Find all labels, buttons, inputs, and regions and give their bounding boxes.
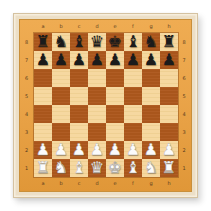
square-d8[interactable]: ♛	[88, 33, 106, 51]
rank-label-6-left: 6	[20, 69, 33, 87]
square-a5[interactable]	[34, 87, 52, 105]
file-label-d-bottom: d	[88, 176, 106, 191]
file-label-a-bottom: a	[34, 176, 52, 191]
square-c7[interactable]: ♟	[70, 51, 88, 69]
square-f5[interactable]	[124, 87, 142, 105]
square-d2[interactable]: ♟	[88, 141, 106, 159]
product-photo-background: abcdefgh abcdefgh 87654321 87654321 ♜♞♝♛…	[0, 0, 211, 211]
piece-white-pawn-e2: ♟	[108, 141, 122, 159]
square-h1[interactable]: ♜	[160, 159, 178, 177]
file-labels-bottom: abcdefgh	[34, 176, 178, 191]
piece-black-rook-h8: ♜	[162, 33, 176, 51]
rank-label-1-right: 1	[177, 159, 191, 177]
square-f6[interactable]	[124, 69, 142, 87]
piece-white-bishop-c1: ♝	[72, 159, 86, 177]
piece-black-queen-d8: ♛	[90, 33, 104, 51]
rank-labels-left: 87654321	[20, 33, 33, 177]
piece-black-rook-a8: ♜	[36, 33, 50, 51]
piece-black-pawn-g7: ♟	[144, 51, 158, 69]
piece-white-queen-d1: ♛	[90, 159, 104, 177]
square-g6[interactable]	[142, 69, 160, 87]
square-a6[interactable]	[34, 69, 52, 87]
square-c2[interactable]: ♟	[70, 141, 88, 159]
square-d6[interactable]	[88, 69, 106, 87]
square-a2[interactable]: ♟	[34, 141, 52, 159]
piece-black-pawn-d7: ♟	[90, 51, 104, 69]
square-b8[interactable]: ♞	[52, 33, 70, 51]
piece-black-pawn-a7: ♟	[36, 51, 50, 69]
square-g5[interactable]	[142, 87, 160, 105]
piece-white-pawn-a2: ♟	[36, 141, 50, 159]
square-c5[interactable]	[70, 87, 88, 105]
square-a8[interactable]: ♜	[34, 33, 52, 51]
file-labels-top: abcdefgh	[34, 20, 178, 33]
file-label-e-bottom: e	[106, 176, 124, 191]
piece-black-bishop-f8: ♝	[126, 33, 140, 51]
file-label-d-top: d	[88, 20, 106, 33]
rank-label-5-right: 5	[177, 87, 191, 105]
rank-label-7-right: 7	[177, 51, 191, 69]
square-g8[interactable]: ♞	[142, 33, 160, 51]
board-margin-panel: abcdefgh abcdefgh 87654321 87654321 ♜♞♝♛…	[19, 19, 192, 192]
rank-label-5-left: 5	[20, 87, 33, 105]
square-g3[interactable]	[142, 123, 160, 141]
piece-white-pawn-h2: ♟	[162, 141, 176, 159]
square-g2[interactable]: ♟	[142, 141, 160, 159]
piece-black-pawn-c7: ♟	[72, 51, 86, 69]
square-e4[interactable]	[106, 105, 124, 123]
file-label-b-top: b	[52, 20, 70, 33]
square-e5[interactable]	[106, 87, 124, 105]
square-b7[interactable]: ♟	[52, 51, 70, 69]
rank-label-3-left: 3	[20, 123, 33, 141]
square-c3[interactable]	[70, 123, 88, 141]
rank-label-4-left: 4	[20, 105, 33, 123]
square-h6[interactable]	[160, 69, 178, 87]
square-e1[interactable]: ♚	[106, 159, 124, 177]
piece-white-pawn-b2: ♟	[54, 141, 68, 159]
square-f1[interactable]: ♝	[124, 159, 142, 177]
rank-label-8-left: 8	[20, 33, 33, 51]
square-d1[interactable]: ♛	[88, 159, 106, 177]
square-b6[interactable]	[52, 69, 70, 87]
rank-labels-right: 87654321	[177, 33, 191, 177]
square-h2[interactable]: ♟	[160, 141, 178, 159]
square-h5[interactable]	[160, 87, 178, 105]
square-h4[interactable]	[160, 105, 178, 123]
square-b4[interactable]	[52, 105, 70, 123]
square-h8[interactable]: ♜	[160, 33, 178, 51]
square-d5[interactable]	[88, 87, 106, 105]
piece-white-pawn-c2: ♟	[72, 141, 86, 159]
piece-black-knight-b8: ♞	[54, 33, 68, 51]
piece-black-pawn-f7: ♟	[126, 51, 140, 69]
square-e3[interactable]	[106, 123, 124, 141]
square-h7[interactable]: ♟	[160, 51, 178, 69]
piece-white-bishop-f1: ♝	[126, 159, 140, 177]
piece-black-pawn-h7: ♟	[162, 51, 176, 69]
rank-label-2-left: 2	[20, 141, 33, 159]
piece-black-pawn-b7: ♟	[54, 51, 68, 69]
square-a3[interactable]	[34, 123, 52, 141]
square-h3[interactable]	[160, 123, 178, 141]
square-f3[interactable]	[124, 123, 142, 141]
square-b5[interactable]	[52, 87, 70, 105]
square-d3[interactable]	[88, 123, 106, 141]
rank-label-3-right: 3	[177, 123, 191, 141]
piece-white-pawn-d2: ♟	[90, 141, 104, 159]
square-d4[interactable]	[88, 105, 106, 123]
square-e6[interactable]	[106, 69, 124, 87]
file-label-c-top: c	[70, 20, 88, 33]
square-g1[interactable]: ♞	[142, 159, 160, 177]
file-label-g-top: g	[142, 20, 160, 33]
file-label-f-top: f	[124, 20, 142, 33]
piece-white-king-e1: ♚	[108, 159, 122, 177]
file-label-b-bottom: b	[52, 176, 70, 191]
square-f8[interactable]: ♝	[124, 33, 142, 51]
rank-label-7-left: 7	[20, 51, 33, 69]
piece-white-pawn-f2: ♟	[126, 141, 140, 159]
file-label-g-bottom: g	[142, 176, 160, 191]
square-g4[interactable]	[142, 105, 160, 123]
square-g7[interactable]: ♟	[142, 51, 160, 69]
chessboard-grid: ♜♞♝♛♚♝♞♜♟♟♟♟♟♟♟♟♟♟♟♟♟♟♟♟♜♞♝♛♚♝♞♜	[34, 33, 178, 177]
rank-label-1-left: 1	[20, 159, 33, 177]
piece-black-king-e8: ♚	[108, 33, 122, 51]
file-label-f-bottom: f	[124, 176, 142, 191]
rank-label-8-right: 8	[177, 33, 191, 51]
file-label-e-top: e	[106, 20, 124, 33]
rank-label-2-right: 2	[177, 141, 191, 159]
piece-white-rook-a1: ♜	[36, 159, 50, 177]
piece-black-bishop-c8: ♝	[72, 33, 86, 51]
square-e8[interactable]: ♚	[106, 33, 124, 51]
piece-white-knight-g1: ♞	[144, 159, 158, 177]
piece-white-rook-h1: ♜	[162, 159, 176, 177]
square-a7[interactable]: ♟	[34, 51, 52, 69]
square-c8[interactable]: ♝	[70, 33, 88, 51]
square-c4[interactable]	[70, 105, 88, 123]
rank-label-4-right: 4	[177, 105, 191, 123]
square-f4[interactable]	[124, 105, 142, 123]
file-label-a-top: a	[34, 20, 52, 33]
square-e7[interactable]: ♟	[106, 51, 124, 69]
piece-black-pawn-e7: ♟	[108, 51, 122, 69]
square-b2[interactable]: ♟	[52, 141, 70, 159]
file-label-c-bottom: c	[70, 176, 88, 191]
square-c1[interactable]: ♝	[70, 159, 88, 177]
square-a4[interactable]	[34, 105, 52, 123]
piece-black-knight-g8: ♞	[144, 33, 158, 51]
square-a1[interactable]: ♜	[34, 159, 52, 177]
square-c6[interactable]	[70, 69, 88, 87]
chessboard-wooden-frame: abcdefgh abcdefgh 87654321 87654321 ♜♞♝♛…	[13, 13, 198, 198]
square-b1[interactable]: ♞	[52, 159, 70, 177]
square-f7[interactable]: ♟	[124, 51, 142, 69]
square-d7[interactable]: ♟	[88, 51, 106, 69]
piece-white-knight-b1: ♞	[54, 159, 68, 177]
file-label-h-top: h	[160, 20, 178, 33]
square-e2[interactable]: ♟	[106, 141, 124, 159]
rank-label-6-right: 6	[177, 69, 191, 87]
file-label-h-bottom: h	[160, 176, 178, 191]
square-f2[interactable]: ♟	[124, 141, 142, 159]
piece-white-pawn-g2: ♟	[144, 141, 158, 159]
square-b3[interactable]	[52, 123, 70, 141]
